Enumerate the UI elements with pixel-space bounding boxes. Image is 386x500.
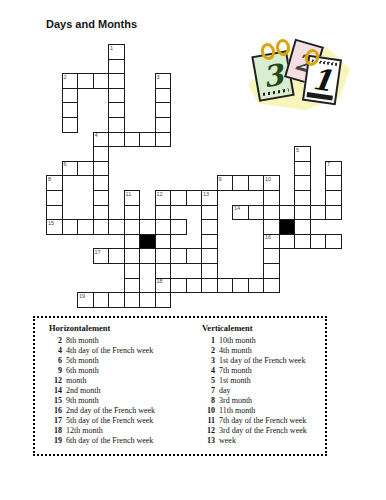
clue-number: 2 bbox=[47, 336, 62, 345]
clue-number: 12 bbox=[200, 426, 215, 435]
grid-cell[interactable] bbox=[155, 263, 172, 279]
clue-box: Horizontalement 28th month44th day of th… bbox=[33, 316, 327, 456]
grid-cell[interactable] bbox=[124, 292, 141, 308]
grid-cell[interactable] bbox=[263, 278, 280, 294]
clue-number: 10 bbox=[200, 406, 215, 415]
clue-number: 12 bbox=[47, 376, 62, 385]
grid-cell[interactable] bbox=[139, 219, 156, 235]
clue-text: 5th day of the French week bbox=[66, 416, 153, 425]
grid-cell[interactable] bbox=[77, 73, 94, 89]
clue-item: 51st month bbox=[200, 376, 307, 386]
grid-cell[interactable] bbox=[263, 248, 280, 264]
grid-cell[interactable] bbox=[248, 205, 265, 221]
clue-number: 18 bbox=[47, 426, 62, 435]
grid-cell[interactable] bbox=[93, 292, 110, 308]
grid-cell[interactable] bbox=[201, 205, 218, 221]
down-clue-list: 110th month24th month31st day of the Fre… bbox=[200, 336, 307, 447]
grid-cell[interactable] bbox=[186, 190, 203, 206]
grid-cell[interactable] bbox=[186, 278, 203, 294]
grid-cell[interactable] bbox=[294, 190, 311, 206]
clue-number: 9 bbox=[47, 366, 62, 375]
grid-cell[interactable] bbox=[294, 219, 311, 235]
grid-cell[interactable] bbox=[263, 219, 280, 235]
clue-item: 28th month bbox=[47, 336, 155, 346]
across-clues: Horizontalement 28th month44th day of th… bbox=[47, 323, 155, 447]
clue-number: 17 bbox=[47, 416, 62, 425]
clue-text: 7th day of the French week bbox=[219, 416, 306, 425]
grid-cell[interactable] bbox=[139, 248, 156, 264]
grid-cell[interactable] bbox=[155, 205, 172, 221]
grid-cell[interactable] bbox=[294, 175, 311, 191]
clue-text: 10th month bbox=[219, 336, 256, 345]
grid-cell[interactable] bbox=[186, 248, 203, 264]
grid-cell[interactable] bbox=[294, 146, 311, 162]
grid-cell[interactable] bbox=[77, 161, 94, 177]
grid-cell[interactable] bbox=[46, 190, 63, 206]
clue-text: day bbox=[219, 386, 231, 395]
clue-number: 1 bbox=[200, 336, 215, 345]
grid-cell[interactable] bbox=[325, 190, 342, 206]
grid-cell[interactable] bbox=[46, 175, 63, 191]
grid-cell[interactable] bbox=[294, 234, 311, 250]
grid-cell[interactable] bbox=[232, 175, 249, 191]
grid-cell[interactable] bbox=[62, 117, 79, 133]
grid-cell[interactable] bbox=[155, 278, 172, 294]
clue-text: 2nd day of the French week bbox=[66, 406, 155, 415]
clue-item: 65th month bbox=[47, 356, 155, 366]
grid-cell[interactable] bbox=[93, 132, 110, 148]
clue-item: 159th month bbox=[47, 396, 155, 406]
clue-item: 44th day of the French week bbox=[47, 346, 155, 356]
grid-cell[interactable] bbox=[325, 205, 342, 221]
grid-cell[interactable] bbox=[325, 175, 342, 191]
grid-cell[interactable] bbox=[124, 219, 141, 235]
clue-item: 83rd month bbox=[200, 396, 307, 406]
clue-number: 15 bbox=[47, 396, 62, 405]
grid-cell[interactable] bbox=[62, 102, 79, 118]
grid-cell[interactable] bbox=[263, 175, 280, 191]
clue-item: 13week bbox=[200, 436, 307, 446]
grid-cell[interactable] bbox=[155, 234, 172, 250]
clue-item: 47th month bbox=[200, 366, 307, 376]
grid-cell[interactable] bbox=[170, 248, 187, 264]
clue-number: 5 bbox=[200, 376, 215, 385]
clue-item: 123rd day of the French week bbox=[200, 426, 307, 436]
clue-text: 6th day of the French week bbox=[66, 436, 153, 445]
clue-item: 175th day of the French week bbox=[47, 416, 155, 426]
grid-cell[interactable] bbox=[201, 219, 218, 235]
grid-cell[interactable] bbox=[93, 248, 110, 264]
clue-item: 1812th month bbox=[47, 426, 155, 436]
grid-cell[interactable] bbox=[93, 219, 110, 235]
clue-item: 96th month bbox=[47, 366, 155, 376]
grid-cell[interactable] bbox=[108, 132, 125, 148]
grid-cell[interactable] bbox=[124, 234, 141, 250]
grid-cell[interactable] bbox=[201, 190, 218, 206]
grid-cell[interactable] bbox=[93, 175, 110, 191]
grid-cell[interactable] bbox=[294, 161, 311, 177]
grid-cell[interactable] bbox=[325, 161, 342, 177]
grid-cell[interactable] bbox=[62, 219, 79, 235]
clue-number: 19 bbox=[47, 436, 62, 445]
clue-number: 4 bbox=[200, 366, 215, 375]
grid-cell[interactable] bbox=[232, 278, 249, 294]
grid-cell[interactable] bbox=[155, 292, 172, 308]
across-heading: Horizontalement bbox=[49, 323, 155, 333]
worksheet-page: Days and Months 123456789101112131415161… bbox=[0, 0, 386, 500]
grid-cell[interactable] bbox=[201, 234, 218, 250]
grid-cell[interactable] bbox=[62, 88, 79, 104]
black-cell bbox=[279, 219, 296, 235]
clue-item: 7day bbox=[200, 386, 307, 396]
clue-item: 12month bbox=[47, 376, 155, 386]
clue-text: 1st month bbox=[219, 376, 251, 385]
clue-item: 1011th month bbox=[200, 406, 307, 416]
clue-item: 31st day of the French week bbox=[200, 356, 307, 366]
clue-text: month bbox=[66, 376, 86, 385]
clue-number: 6 bbox=[47, 356, 62, 365]
clue-item: 110th month bbox=[200, 336, 307, 346]
calendar-clipart: 3 2 1 bbox=[248, 40, 352, 114]
grid-cell[interactable] bbox=[201, 248, 218, 264]
clue-number: 8 bbox=[200, 396, 215, 405]
grid-cell[interactable] bbox=[155, 73, 172, 89]
black-cell bbox=[139, 234, 156, 250]
grid-cell[interactable] bbox=[155, 190, 172, 206]
grid-cell[interactable] bbox=[310, 205, 327, 221]
clue-text: 5th month bbox=[66, 356, 99, 365]
clue-text: 12th month bbox=[66, 426, 103, 435]
grid-cell[interactable] bbox=[46, 205, 63, 221]
clue-item: 117th day of the French week bbox=[200, 416, 307, 426]
grid-cell[interactable] bbox=[170, 278, 187, 294]
grid-cell[interactable] bbox=[108, 219, 125, 235]
grid-cell[interactable] bbox=[279, 205, 296, 221]
grid-cell[interactable] bbox=[108, 73, 125, 89]
grid-cell[interactable] bbox=[217, 278, 234, 294]
grid-cell[interactable] bbox=[93, 161, 110, 177]
grid-cell[interactable] bbox=[201, 263, 218, 279]
grid-cell[interactable] bbox=[93, 73, 110, 89]
grid-cell[interactable] bbox=[294, 205, 311, 221]
grid-cell[interactable] bbox=[93, 190, 110, 206]
grid-cell[interactable] bbox=[124, 248, 141, 264]
grid-cell[interactable] bbox=[108, 44, 125, 60]
clue-number: 3 bbox=[200, 356, 215, 365]
clue-text: 3rd month bbox=[219, 396, 252, 405]
grid-cell[interactable] bbox=[124, 205, 141, 221]
grid-cell[interactable] bbox=[263, 190, 280, 206]
clue-text: week bbox=[219, 436, 236, 445]
clue-text: 2nd month bbox=[66, 386, 100, 395]
grid-cell[interactable] bbox=[93, 146, 110, 162]
grid-cell[interactable] bbox=[124, 132, 141, 148]
grid-cell[interactable] bbox=[139, 292, 156, 308]
grid-cell[interactable] bbox=[155, 132, 172, 148]
clue-number: 2 bbox=[200, 346, 215, 355]
grid-cell[interactable] bbox=[263, 234, 280, 250]
grid-cell[interactable] bbox=[232, 205, 249, 221]
grid-cell[interactable] bbox=[263, 263, 280, 279]
grid-cell[interactable] bbox=[108, 292, 125, 308]
clue-text: 9th month bbox=[66, 396, 99, 405]
clue-text: 4th month bbox=[219, 346, 252, 355]
grid-cell[interactable] bbox=[124, 190, 141, 206]
grid-cell[interactable] bbox=[62, 161, 79, 177]
clue-number: 14 bbox=[47, 386, 62, 395]
clue-number: 4 bbox=[47, 346, 62, 355]
grid-cell[interactable] bbox=[170, 190, 187, 206]
grid-cell[interactable] bbox=[155, 219, 172, 235]
grid-cell[interactable] bbox=[155, 117, 172, 133]
grid-cell[interactable] bbox=[124, 278, 141, 294]
clue-number: 7 bbox=[200, 386, 215, 395]
grid-cell[interactable] bbox=[170, 219, 187, 235]
grid-cell[interactable] bbox=[108, 59, 125, 75]
page-title: Days and Months bbox=[46, 18, 137, 30]
clue-item: 162nd day of the French week bbox=[47, 406, 155, 416]
clue-item: 24th month bbox=[200, 346, 307, 356]
clue-text: 4th day of the French week bbox=[66, 346, 153, 355]
grid-cell[interactable] bbox=[201, 278, 218, 294]
grid-cell[interactable] bbox=[248, 175, 265, 191]
clue-number: 13 bbox=[200, 436, 215, 445]
clue-item: 142nd month bbox=[47, 386, 155, 396]
grid-cell[interactable] bbox=[108, 102, 125, 118]
grid-cell[interactable] bbox=[108, 88, 125, 104]
grid-cell[interactable] bbox=[279, 234, 296, 250]
grid-cell[interactable] bbox=[155, 248, 172, 264]
clue-text: 7th month bbox=[219, 366, 252, 375]
clue-text: 8th month bbox=[66, 336, 99, 345]
clue-text: 6th month bbox=[66, 366, 99, 375]
down-heading: Verticalement bbox=[202, 323, 307, 333]
grid-cell[interactable] bbox=[217, 175, 234, 191]
grid-cell[interactable] bbox=[325, 234, 342, 250]
grid-cell[interactable] bbox=[248, 278, 265, 294]
grid-cell[interactable] bbox=[124, 263, 141, 279]
grid-cell[interactable] bbox=[77, 219, 94, 235]
grid-cell[interactable] bbox=[77, 292, 94, 308]
clue-text: 11th month bbox=[219, 406, 255, 415]
clue-text: 1st day of the French week bbox=[219, 356, 305, 365]
grid-cell[interactable] bbox=[263, 205, 280, 221]
clue-text: 3rd day of the French week bbox=[219, 426, 307, 435]
clue-number: 16 bbox=[47, 406, 62, 415]
grid-cell[interactable] bbox=[62, 73, 79, 89]
grid-cell[interactable] bbox=[155, 88, 172, 104]
grid-cell[interactable] bbox=[46, 219, 63, 235]
clue-item: 196th day of the French week bbox=[47, 436, 155, 446]
grid-cell[interactable] bbox=[108, 117, 125, 133]
grid-cell[interactable] bbox=[155, 102, 172, 118]
grid-cell[interactable] bbox=[108, 248, 125, 264]
across-clue-list: 28th month44th day of the French week65t… bbox=[47, 336, 155, 447]
grid-cell[interactable] bbox=[139, 132, 156, 148]
down-clues: Verticalement 110th month24th month31st … bbox=[200, 323, 307, 447]
grid-cell[interactable] bbox=[93, 205, 110, 221]
clue-number: 11 bbox=[200, 416, 215, 425]
grid-cell[interactable] bbox=[310, 234, 327, 250]
